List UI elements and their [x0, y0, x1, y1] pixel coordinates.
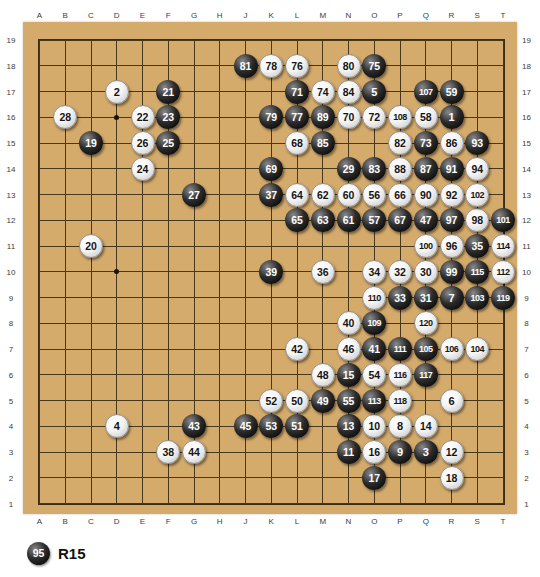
stone-white-46-N7: 46 [337, 337, 361, 361]
stone-white-12-R3: 12 [440, 440, 464, 464]
stone-black-85-M15: 85 [311, 131, 335, 155]
stone-white-32-P10: 32 [388, 260, 412, 284]
coord-label-left-11: 11 [7, 242, 15, 251]
stone-white-90-Q13: 90 [414, 183, 438, 207]
coord-label-left-4: 4 [9, 422, 13, 431]
coord-label-right-2: 2 [524, 473, 528, 482]
caption: 95 R15 [27, 541, 86, 565]
stone-black-21-F17: 21 [156, 80, 180, 104]
coord-label-left-9: 9 [9, 293, 13, 302]
coord-label-top-P: P [397, 11, 402, 20]
coord-label-left-5: 5 [9, 396, 13, 405]
stone-white-74-M17: 74 [311, 80, 335, 104]
stone-black-5-O17: 5 [362, 80, 386, 104]
stone-black-91-R14: 91 [440, 157, 464, 181]
stone-white-18-R2: 18 [440, 466, 464, 490]
coord-label-bottom-S: S [475, 516, 480, 525]
caption-move-number: 95 [33, 547, 45, 559]
coord-label-left-16: 16 [7, 113, 16, 122]
stone-black-49-M5: 49 [311, 389, 335, 413]
coord-label-left-7: 7 [9, 345, 13, 354]
coord-label-bottom-D: D [114, 516, 120, 525]
coord-label-bottom-C: C [88, 516, 94, 525]
stone-white-26-E15: 26 [131, 131, 155, 155]
coord-label-top-T: T [501, 11, 506, 20]
coord-label-left-19: 19 [7, 36, 16, 45]
stone-white-44-G3: 44 [182, 440, 206, 464]
stone-white-88-P14: 88 [388, 157, 412, 181]
stone-white-78-K18: 78 [259, 54, 283, 78]
stone-black-89-M16: 89 [311, 105, 335, 129]
coord-label-right-17: 17 [522, 87, 531, 96]
coord-label-right-3: 3 [524, 448, 528, 457]
stone-black-73-Q15: 73 [414, 131, 438, 155]
coord-label-right-16: 16 [522, 113, 531, 122]
stone-black-13-N4: 13 [337, 414, 361, 438]
stone-white-84-N17: 84 [337, 80, 361, 104]
stone-white-114-T11: 114 [491, 234, 515, 258]
coord-label-right-11: 11 [522, 242, 530, 251]
board-grid: 1234567891011121314151617181920212223242… [40, 40, 504, 504]
coord-label-left-3: 3 [9, 448, 13, 457]
stone-white-42-L7: 42 [285, 337, 309, 361]
stone-white-102-S13: 102 [465, 183, 489, 207]
stone-black-1-R16: 1 [440, 105, 464, 129]
stone-white-68-L15: 68 [285, 131, 309, 155]
coord-label-right-14: 14 [522, 164, 531, 173]
coord-label-bottom-J: J [244, 516, 248, 525]
stone-white-22-E16: 22 [131, 105, 155, 129]
coord-label-right-5: 5 [524, 396, 528, 405]
coord-label-top-G: G [191, 11, 197, 20]
stone-black-69-K14: 69 [259, 157, 283, 181]
coord-label-left-17: 17 [7, 87, 16, 96]
coord-label-left-8: 8 [9, 319, 13, 328]
stone-white-24-E14: 24 [131, 157, 155, 181]
stone-black-111-P7: 111 [388, 337, 412, 361]
coord-label-left-18: 18 [7, 61, 16, 70]
coord-label-right-18: 18 [522, 61, 531, 70]
coord-label-right-12: 12 [522, 216, 531, 225]
coord-label-bottom-M: M [319, 516, 326, 525]
stone-white-96-R11: 96 [440, 234, 464, 258]
stone-black-107-Q17: 107 [414, 80, 438, 104]
star-point [114, 115, 119, 120]
stone-black-33-P9: 33 [388, 286, 412, 310]
stone-black-15-N6: 15 [337, 363, 361, 387]
grid-line-horizontal [40, 503, 504, 504]
stone-black-97-R12: 97 [440, 208, 464, 232]
stone-black-31-Q9: 31 [414, 286, 438, 310]
coord-label-right-13: 13 [522, 190, 531, 199]
stone-black-83-O14: 83 [362, 157, 386, 181]
stone-white-86-R15: 86 [440, 131, 464, 155]
stone-white-80-N18: 80 [337, 54, 361, 78]
coord-label-left-15: 15 [7, 139, 16, 148]
stone-white-56-O13: 56 [362, 183, 386, 207]
coord-label-right-7: 7 [524, 345, 528, 354]
stone-white-14-Q4: 14 [414, 414, 438, 438]
coord-label-top-N: N [346, 11, 352, 20]
stone-black-19-C15: 19 [79, 131, 103, 155]
stone-white-2-D17: 2 [105, 80, 129, 104]
stone-black-117-Q6: 117 [414, 363, 438, 387]
stone-black-7-R9: 7 [440, 286, 464, 310]
stone-white-54-O6: 54 [362, 363, 386, 387]
stone-white-30-Q10: 30 [414, 260, 438, 284]
stone-black-71-L17: 71 [285, 80, 309, 104]
stone-white-40-N8: 40 [337, 311, 361, 335]
stone-white-112-T10: 112 [491, 260, 515, 284]
stone-white-110-O9: 110 [362, 286, 386, 310]
coord-label-top-R: R [449, 11, 455, 20]
coord-label-top-S: S [475, 11, 480, 20]
coord-label-bottom-K: K [269, 516, 274, 525]
coord-label-right-1: 1 [524, 499, 528, 508]
stone-black-113-O5: 113 [362, 389, 386, 413]
coord-label-bottom-F: F [166, 516, 171, 525]
stone-white-106-R7: 106 [440, 337, 464, 361]
stone-black-61-N12: 61 [337, 208, 361, 232]
coord-label-top-C: C [88, 11, 94, 20]
stone-white-48-M6: 48 [311, 363, 335, 387]
stone-black-45-J4: 45 [234, 414, 258, 438]
stone-white-20-C11: 20 [79, 234, 103, 258]
stone-black-55-N5: 55 [337, 389, 361, 413]
coord-label-left-1: 1 [9, 499, 13, 508]
coord-label-top-L: L [295, 11, 299, 20]
go-kifu-diagram: AABBCCDDEEFFGGHHJJKKLLMMNNOOPPQQRRSSTT19… [0, 0, 540, 577]
coord-label-top-K: K [269, 11, 274, 20]
stone-black-11-N3: 11 [337, 440, 361, 464]
stone-black-9-P3: 9 [388, 440, 412, 464]
stone-white-4-D4: 4 [105, 414, 129, 438]
coord-label-top-D: D [114, 11, 120, 20]
stone-white-52-K5: 52 [259, 389, 283, 413]
coord-label-top-H: H [217, 11, 223, 20]
stone-white-6-R5: 6 [440, 389, 464, 413]
stone-black-103-S9: 103 [465, 286, 489, 310]
coord-label-bottom-L: L [295, 516, 299, 525]
stone-white-66-P13: 66 [388, 183, 412, 207]
coord-label-bottom-A: A [37, 516, 42, 525]
stone-white-94-S14: 94 [465, 157, 489, 181]
coord-label-left-10: 10 [7, 267, 16, 276]
stone-white-60-N13: 60 [337, 183, 361, 207]
coord-label-right-6: 6 [524, 370, 528, 379]
coord-label-right-19: 19 [522, 36, 531, 45]
stone-white-82-P15: 82 [388, 131, 412, 155]
coord-label-right-10: 10 [522, 267, 531, 276]
stone-white-118-P5: 118 [388, 389, 412, 413]
stone-black-81-J18: 81 [234, 54, 258, 78]
coord-label-bottom-E: E [140, 516, 145, 525]
stone-white-64-L13: 64 [285, 183, 309, 207]
grid-line-horizontal [40, 477, 504, 478]
stone-black-99-R10: 99 [440, 260, 464, 284]
stone-white-62-M13: 62 [311, 183, 335, 207]
coord-label-bottom-N: N [346, 516, 352, 525]
coord-label-top-Q: Q [423, 11, 429, 20]
stone-white-70-N16: 70 [337, 105, 361, 129]
stone-black-87-Q14: 87 [414, 157, 438, 181]
coord-label-left-12: 12 [7, 216, 16, 225]
coord-label-bottom-B: B [63, 516, 68, 525]
coord-label-right-8: 8 [524, 319, 528, 328]
stone-white-116-P6: 116 [388, 363, 412, 387]
coord-label-top-A: A [37, 11, 42, 20]
caption-location: R15 [58, 545, 86, 562]
stone-black-63-M12: 63 [311, 208, 335, 232]
coord-label-right-4: 4 [524, 422, 528, 431]
stone-black-39-K10: 39 [259, 260, 283, 284]
stone-black-3-Q3: 3 [414, 440, 438, 464]
coord-label-bottom-G: G [191, 516, 197, 525]
coord-label-right-15: 15 [522, 139, 531, 148]
caption-stone: 95 [27, 542, 50, 565]
stone-black-29-N14: 29 [337, 157, 361, 181]
stone-white-50-L5: 50 [285, 389, 309, 413]
stone-black-115-S10: 115 [465, 260, 489, 284]
coord-label-bottom-R: R [449, 516, 455, 525]
coord-label-left-14: 14 [7, 164, 16, 173]
coord-label-bottom-Q: Q [423, 516, 429, 525]
coord-label-left-13: 13 [7, 190, 16, 199]
stone-black-119-T9: 119 [491, 286, 515, 310]
stone-white-92-R13: 92 [440, 183, 464, 207]
stone-white-36-M10: 36 [311, 260, 335, 284]
coord-label-top-E: E [140, 11, 145, 20]
coord-label-top-M: M [319, 11, 326, 20]
stone-black-27-G13: 27 [182, 183, 206, 207]
stone-white-34-O10: 34 [362, 260, 386, 284]
stone-white-58-Q16: 58 [414, 105, 438, 129]
stone-black-47-Q12: 47 [414, 208, 438, 232]
stone-black-59-R17: 59 [440, 80, 464, 104]
coord-label-top-B: B [63, 11, 68, 20]
stone-white-100-Q11: 100 [414, 234, 438, 258]
coord-label-bottom-P: P [397, 516, 402, 525]
coord-label-right-9: 9 [524, 293, 528, 302]
coord-label-bottom-O: O [371, 516, 377, 525]
stone-black-37-K13: 37 [259, 183, 283, 207]
stone-black-75-O18: 75 [362, 54, 386, 78]
coord-label-bottom-H: H [217, 516, 223, 525]
coord-label-left-2: 2 [9, 473, 13, 482]
stone-black-17-O2: 17 [362, 466, 386, 490]
stone-white-120-Q8: 120 [414, 311, 438, 335]
coord-label-top-J: J [244, 11, 248, 20]
stone-black-105-Q7: 105 [414, 337, 438, 361]
coord-label-left-6: 6 [9, 370, 13, 379]
coord-label-bottom-T: T [501, 516, 506, 525]
coord-label-top-F: F [166, 11, 171, 20]
coord-label-top-O: O [371, 11, 377, 20]
stone-white-76-L18: 76 [285, 54, 309, 78]
